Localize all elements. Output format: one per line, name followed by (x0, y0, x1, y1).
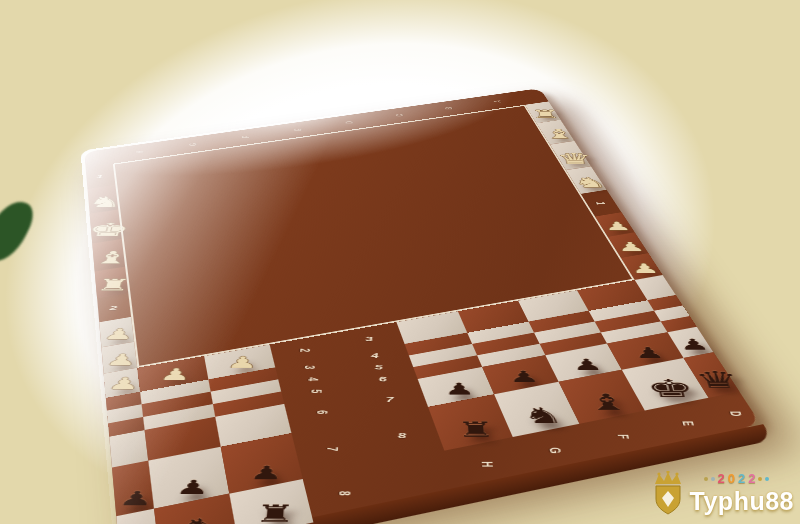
chessboard: HGFEDCBA1♜♞♝♚♛♝♞♜12♟♟♟♟♟♟♟♟2334455667♟♟♟… (84, 88, 761, 524)
rank-label-left-1: 1 (86, 164, 116, 189)
black-bishop: ♝ (585, 391, 631, 413)
square-c7: ♟ (112, 461, 154, 517)
black-pawn: ♟ (174, 478, 211, 497)
black-knight: ♞ (520, 404, 564, 426)
file-label-top-B: B (420, 98, 476, 119)
white-rook: ♜ (531, 109, 561, 120)
white-pawn: ♟ (107, 375, 142, 391)
black-pawn: ♟ (117, 489, 155, 509)
black-rook: ♜ (456, 419, 496, 440)
white-pawn: ♟ (105, 352, 139, 368)
white-pawn: ♟ (226, 355, 258, 371)
square-e1: ♚ (90, 209, 122, 243)
file-label-top-A: A (469, 91, 525, 111)
white-queen: ♛ (556, 151, 594, 166)
black-pawn: ♟ (248, 464, 283, 483)
white-pawn: ♟ (102, 327, 135, 342)
white-rook: ♜ (95, 277, 133, 293)
white-pawn: ♟ (616, 241, 646, 253)
watermark-text-block: 2022 Typhu88 (690, 471, 794, 516)
file-label-top-D: D (321, 112, 377, 133)
decorative-dot (758, 477, 762, 481)
brand-crown-shield-icon (648, 471, 688, 515)
year-badge: 2022 (704, 471, 770, 486)
square-d1: ♛ (550, 141, 591, 170)
black-pawn: ♟ (632, 345, 666, 360)
board-scene: HGFEDCBA1♜♞♝♚♛♝♞♜12♟♟♟♟♟♟♟♟2334455667♟♟♟… (0, 0, 800, 524)
file-label-top-F: F (218, 126, 274, 148)
black-pawn: ♟ (677, 337, 711, 352)
black-rook: ♜ (253, 502, 296, 524)
decorative-dot (704, 477, 708, 481)
white-king: ♚ (86, 220, 132, 238)
year-digit: 2 (738, 471, 745, 486)
file-label-top-C: C (371, 105, 427, 126)
watermark: 2022 Typhu88 (648, 471, 794, 516)
photo-stage: HGFEDCBA1♜♞♝♚♛♝♞♜12♟♟♟♟♟♟♟♟2334455667♟♟♟… (0, 0, 800, 524)
white-pawn: ♟ (603, 220, 633, 232)
file-label-top-H: H (111, 141, 168, 164)
white-knight: ♞ (86, 195, 124, 210)
brand-name: Typhu88 (690, 487, 794, 516)
white-bishop: ♝ (91, 250, 132, 267)
white-pawn: ♟ (629, 262, 660, 275)
black-pawn: ♟ (570, 357, 604, 373)
black-king: ♚ (644, 376, 698, 401)
black-pawn: ♟ (443, 381, 475, 397)
year-digit: 2 (748, 471, 755, 486)
file-label-top-E: E (270, 119, 326, 141)
black-knight: ♞ (175, 515, 224, 524)
white-bishop: ♝ (542, 128, 576, 141)
white-pawn: ♟ (158, 367, 192, 383)
rank-label-right-1: 1 (581, 190, 622, 217)
white-knight: ♞ (572, 175, 608, 189)
year-digit: 0 (728, 471, 735, 486)
decorative-dot (765, 477, 769, 481)
file-label-top-G: G (165, 133, 221, 155)
black-pawn: ♟ (507, 369, 540, 385)
year-digit: 2 (718, 471, 725, 486)
decorative-dot (711, 477, 715, 481)
